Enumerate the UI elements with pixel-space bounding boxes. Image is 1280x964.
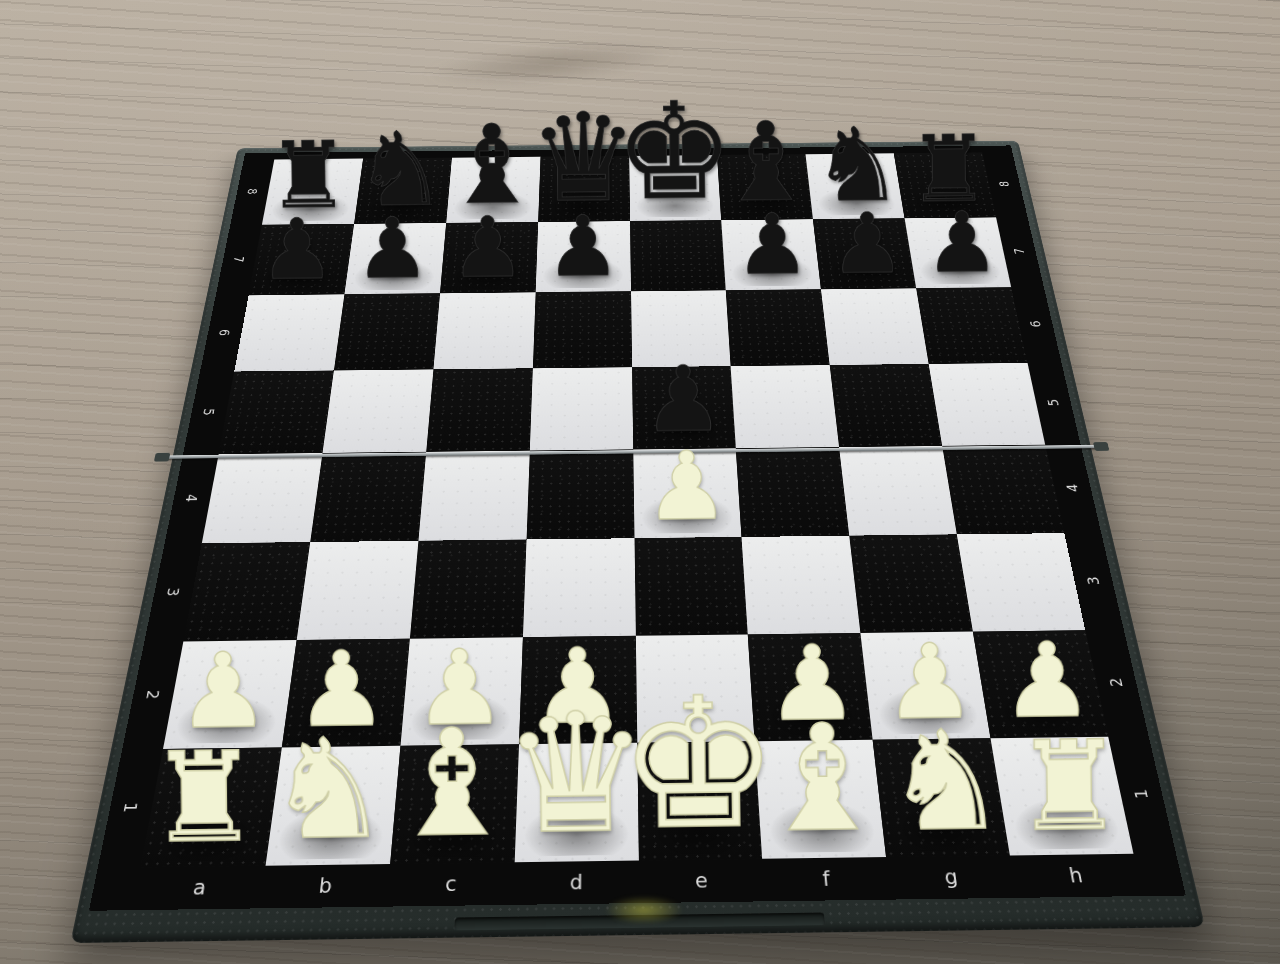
square-b6[interactable] bbox=[334, 293, 440, 370]
square-b5[interactable] bbox=[322, 369, 433, 453]
piece-black-pawn-f7[interactable]: ♟ bbox=[735, 205, 810, 285]
piece-white-bishop-c1[interactable]: ♝ bbox=[385, 713, 519, 854]
square-e7[interactable] bbox=[630, 220, 726, 291]
square-c1[interactable]: ♝ bbox=[390, 744, 519, 863]
square-h3[interactable] bbox=[957, 533, 1085, 631]
square-h4[interactable] bbox=[942, 444, 1064, 534]
square-b7[interactable]: ♟ bbox=[344, 223, 446, 294]
square-d1[interactable]: ♛ bbox=[514, 743, 638, 862]
piece-black-pawn-g7[interactable]: ♟ bbox=[830, 204, 905, 284]
piece-black-pawn-h7[interactable]: ♟ bbox=[925, 203, 1000, 283]
square-c4[interactable] bbox=[418, 450, 529, 541]
square-a5[interactable] bbox=[219, 370, 334, 454]
chess-board: ♜♞♝♛♚♝♞♜♟♟♟♟♟♟♟♟♟♟♟♟♟♟♟♟♜♞♝♛♚♝♞♜ 8765432… bbox=[70, 141, 1205, 943]
piece-white-pawn-e4[interactable]: ♟ bbox=[645, 441, 730, 531]
piece-white-rook-h1[interactable]: ♜ bbox=[1013, 727, 1125, 846]
square-e4[interactable]: ♟ bbox=[633, 448, 742, 539]
square-g3[interactable] bbox=[849, 535, 973, 634]
piece-white-queen-d1[interactable]: ♛ bbox=[501, 695, 650, 853]
square-d4[interactable] bbox=[526, 449, 634, 540]
square-b4[interactable] bbox=[310, 452, 426, 543]
piece-white-knight-g1[interactable]: ♞ bbox=[884, 716, 1008, 848]
square-d5[interactable] bbox=[530, 367, 633, 450]
stain-mark bbox=[592, 891, 696, 929]
square-f7[interactable]: ♟ bbox=[721, 219, 821, 290]
square-h1[interactable]: ♜ bbox=[991, 737, 1134, 856]
file-label-b: b bbox=[261, 873, 389, 898]
square-b3[interactable] bbox=[297, 541, 419, 640]
file-label-c: c bbox=[387, 872, 514, 897]
square-d3[interactable] bbox=[523, 539, 636, 638]
file-label-e: e bbox=[639, 868, 765, 893]
square-c5[interactable] bbox=[426, 368, 533, 451]
square-h5[interactable] bbox=[929, 363, 1045, 446]
piece-white-rook-a1[interactable]: ♜ bbox=[148, 738, 261, 857]
file-label-d: d bbox=[513, 870, 639, 895]
file-label-f: f bbox=[763, 867, 890, 892]
square-g4[interactable] bbox=[839, 446, 957, 536]
square-d7[interactable]: ♟ bbox=[535, 221, 630, 292]
square-c3[interactable] bbox=[410, 540, 527, 639]
square-a6[interactable] bbox=[234, 294, 344, 371]
file-label-a: a bbox=[135, 875, 265, 900]
file-label-g: g bbox=[887, 865, 1015, 890]
board-grid: ♜♞♝♛♚♝♞♜♟♟♟♟♟♟♟♟♟♟♟♟♟♟♟♟♜♞♝♛♚♝♞♜ bbox=[141, 152, 1134, 867]
piece-black-pawn-d7[interactable]: ♟ bbox=[545, 207, 621, 287]
file-label-h: h bbox=[1012, 863, 1141, 888]
square-b1[interactable]: ♞ bbox=[265, 746, 400, 866]
square-e3[interactable] bbox=[634, 537, 748, 636]
square-c7[interactable]: ♟ bbox=[440, 222, 538, 293]
piece-black-pawn-c7[interactable]: ♟ bbox=[450, 208, 526, 288]
table-surface: ♜♞♝♛♚♝♞♜♟♟♟♟♟♟♟♟♟♟♟♟♟♟♟♟♜♞♝♛♚♝♞♜ 8765432… bbox=[0, 0, 1280, 964]
square-h7[interactable]: ♟ bbox=[905, 217, 1012, 288]
square-g5[interactable] bbox=[830, 364, 942, 447]
square-d6[interactable] bbox=[533, 291, 632, 368]
piece-black-pawn-e5[interactable]: ♟ bbox=[643, 356, 725, 443]
board-printed-surface: ♜♞♝♛♚♝♞♜♟♟♟♟♟♟♟♟♟♟♟♟♟♟♟♟♜♞♝♛♚♝♞♜ 8765432… bbox=[89, 145, 1186, 910]
square-f4[interactable] bbox=[736, 447, 849, 537]
piece-black-pawn-a7[interactable]: ♟ bbox=[259, 210, 335, 290]
square-c6[interactable] bbox=[433, 292, 535, 369]
square-e1[interactable]: ♚ bbox=[637, 741, 763, 860]
square-a3[interactable] bbox=[183, 542, 310, 641]
square-g1[interactable]: ♞ bbox=[873, 738, 1010, 857]
square-e8[interactable]: ♚ bbox=[629, 155, 722, 221]
square-f6[interactable] bbox=[726, 289, 830, 366]
square-g6[interactable] bbox=[821, 288, 929, 365]
square-h6[interactable] bbox=[916, 287, 1027, 364]
square-f1[interactable]: ♝ bbox=[755, 740, 886, 859]
square-a7[interactable]: ♟ bbox=[249, 224, 354, 295]
square-a1[interactable]: ♜ bbox=[141, 748, 282, 868]
square-f3[interactable] bbox=[742, 536, 861, 635]
square-f5[interactable] bbox=[731, 365, 839, 448]
piece-black-pawn-b7[interactable]: ♟ bbox=[354, 209, 430, 289]
square-a4[interactable] bbox=[202, 453, 323, 544]
piece-white-knight-b1[interactable]: ♞ bbox=[265, 724, 390, 856]
piece-black-king-e8[interactable]: ♚ bbox=[614, 88, 735, 216]
square-g7[interactable]: ♟ bbox=[813, 218, 916, 289]
piece-white-bishop-f1[interactable]: ♝ bbox=[756, 708, 889, 849]
